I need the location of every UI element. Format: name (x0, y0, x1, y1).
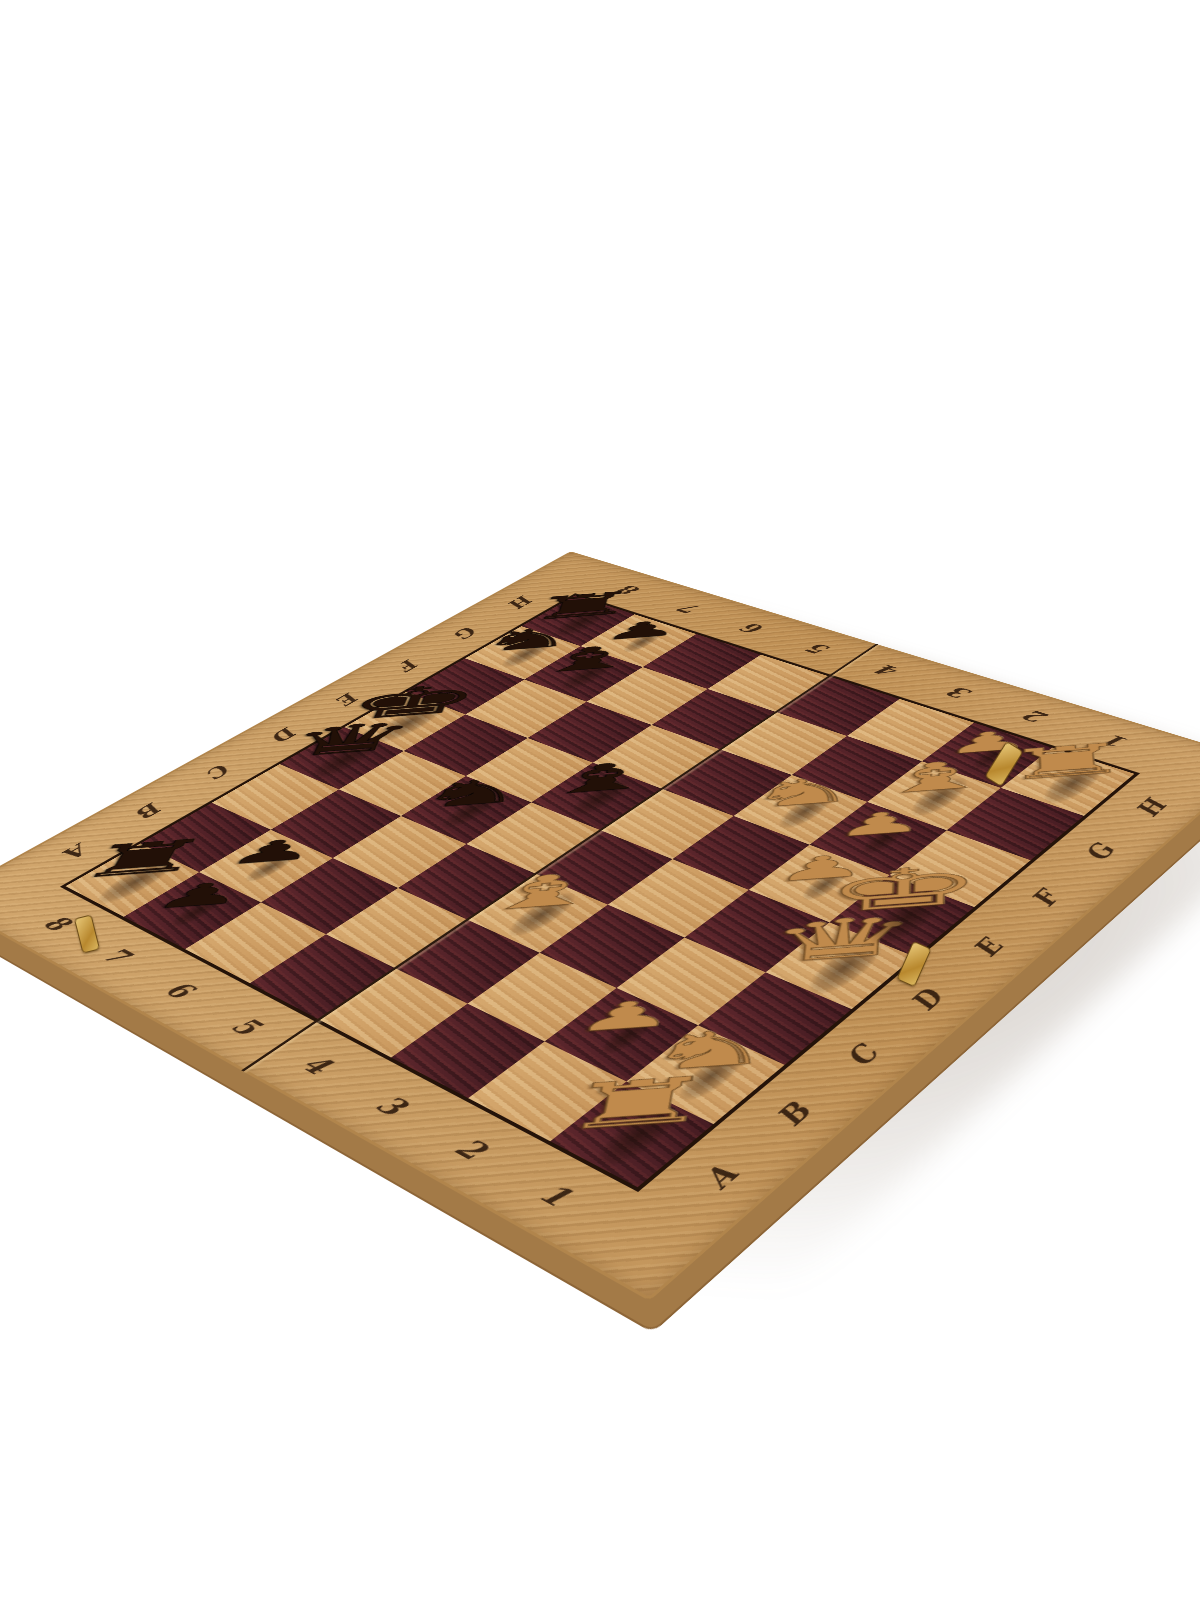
square-c2[interactable] (617, 938, 766, 1026)
square-b3[interactable] (468, 953, 617, 1042)
square-d2[interactable] (685, 890, 830, 972)
chess-board-scene: 11AA22BB33CC44DD55EE66FF77GG88HH ♜♞♛♚♜♟♟… (0, 551, 1200, 1301)
chess-board: 11AA22BB33CC44DD55EE66FF77GG88HH ♜♞♛♚♜♟♟… (0, 551, 1200, 1301)
product-photo: 11AA22BB33CC44DD55EE66FF77GG88HH ♜♞♛♚♜♟♟… (0, 0, 1200, 1600)
